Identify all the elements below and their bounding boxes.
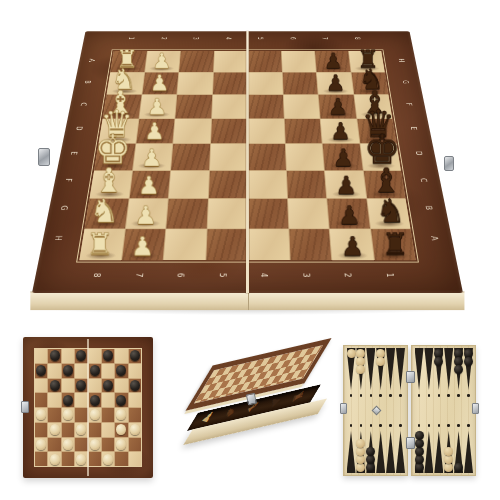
backgammon-point [347, 431, 356, 473]
checkers-square [115, 408, 127, 422]
checkers-board-thumbnail [23, 337, 153, 478]
chess-square [248, 119, 284, 144]
checkers-square [89, 379, 101, 393]
board-coordinate-label: 3 [301, 273, 310, 277]
checkers-square [75, 408, 87, 422]
storage-box-thumbnail: ♟♞♝♟♜ [168, 350, 332, 462]
backgammon-checker-light [376, 357, 385, 366]
chess-square [285, 144, 324, 170]
checkers-square [75, 379, 87, 393]
chess-square [175, 95, 211, 118]
backgammon-right-half [411, 345, 476, 476]
board-coordinate-label: F [405, 103, 413, 106]
checkers-square [62, 408, 74, 422]
chess-piece-white-pawn: ♟ [134, 202, 157, 227]
chess-square [248, 229, 289, 260]
chess-square: ♟ [129, 171, 170, 199]
checkers-fold-seam [87, 339, 89, 476]
checkers-square [102, 408, 114, 422]
point-dot [379, 394, 382, 397]
chess-square [208, 171, 247, 199]
checker-piece-light [90, 409, 100, 420]
backgammon-checker-dark [415, 447, 424, 456]
checkers-square [89, 393, 101, 407]
chess-square [169, 171, 209, 199]
board-coordinate-label: 2 [343, 273, 352, 277]
chess-square: ♟ [317, 72, 353, 94]
checker-piece-light [50, 454, 60, 465]
chess-piece-dark-pawn: ♟ [328, 95, 348, 118]
chess-piece-white-pawn: ♟ [152, 50, 171, 71]
backgammon-checker-dark [415, 431, 424, 440]
chess-piece-dark-pawn: ♟ [330, 120, 351, 143]
chess-square [214, 51, 248, 72]
backgammon-clasp-left [340, 403, 347, 414]
checkers-square [129, 438, 141, 452]
checkers-square [115, 393, 127, 407]
metal-clasp-right [444, 156, 454, 171]
main-chess-board: ♜♟♟♜♞♟♟♞♝♟♟♝♛♟♟♛♚♟♟♚♝♟♟♝♞♟♟♞♜♟♟♜ 1234567… [32, 31, 463, 293]
checkers-square [102, 393, 114, 407]
board-coordinate-label: 4 [259, 273, 268, 277]
checkers-square [35, 408, 47, 422]
point-dot [370, 424, 373, 427]
checkers-square [129, 452, 141, 466]
checkers-square [115, 423, 127, 437]
backgammon-point [444, 348, 453, 390]
chess-square: ♟ [125, 199, 167, 228]
chess-square: ♟ [136, 119, 175, 144]
checker-piece-dark [63, 365, 73, 376]
chess-square: ♟ [321, 119, 360, 144]
checkers-square [102, 349, 114, 363]
backgammon-point [396, 431, 405, 473]
checker-piece-dark [76, 350, 86, 361]
chess-piece-dark-pawn: ♟ [333, 145, 354, 169]
point-dot [370, 394, 373, 397]
chess-square [177, 72, 212, 94]
stored-chess-piece: ♟ [199, 410, 217, 425]
backgammon-checker-light [356, 365, 365, 374]
board-coordinate-label: E [69, 152, 77, 155]
checkers-square [62, 423, 74, 437]
checkers-square [35, 379, 47, 393]
board-coordinate-label: 5 [257, 37, 264, 40]
checkers-square [89, 438, 101, 452]
board-coordinate-label: 1 [384, 273, 393, 277]
chess-square [248, 51, 282, 72]
point-dot [428, 394, 431, 397]
board-coordinate-label: 3 [192, 37, 199, 40]
point-dot [467, 394, 470, 397]
chess-square [248, 199, 288, 228]
point-dot [428, 424, 431, 427]
checkers-square [129, 423, 141, 437]
chess-square [207, 199, 247, 228]
pine-front-edge [30, 291, 464, 310]
backgammon-checker-light [356, 447, 365, 456]
chess-piece-white-knight: ♞ [90, 195, 119, 228]
board-coordinate-label: 4 [224, 37, 231, 40]
board-coordinate-label: 5 [218, 273, 227, 277]
checker-piece-light [36, 409, 46, 420]
checkers-square [129, 408, 141, 422]
checker-piece-light [116, 439, 126, 450]
board-coordinate-label: C [79, 103, 87, 106]
checker-piece-dark [76, 380, 86, 391]
chess-square [289, 229, 331, 260]
checkers-square [35, 349, 47, 363]
checker-piece-light [90, 439, 100, 450]
storage-box: ♟♞♝♟♜ [165, 338, 336, 470]
point-dot [360, 424, 363, 427]
board-coordinate-label: 1 [127, 37, 134, 40]
board-coordinate-label: A [87, 59, 95, 62]
chess-piece-dark-pawn: ♟ [324, 50, 343, 71]
backgammon-checker-dark [415, 439, 424, 448]
board-coordinate-label: B [83, 80, 91, 83]
hinge-bottom [406, 437, 415, 449]
checkers-square [62, 452, 74, 466]
checkers-square [75, 438, 87, 452]
checkers-square [115, 379, 127, 393]
checker-piece-dark [50, 380, 60, 391]
checker-piece-light [63, 439, 73, 450]
checker-piece-dark [63, 395, 73, 406]
checker-piece-light [63, 409, 73, 420]
checker-piece-light [103, 454, 113, 465]
chess-square: ♞ [85, 199, 129, 228]
checkers-square [62, 349, 74, 363]
backgammon-checker-light [444, 447, 453, 456]
chess-square [179, 51, 213, 72]
checker-piece-dark [103, 380, 113, 391]
board-coordinate-label: H [397, 59, 405, 62]
chess-square [283, 95, 319, 118]
backgammon-checker-dark [415, 463, 424, 472]
checkers-square [62, 379, 74, 393]
backgammon-checker-dark [434, 357, 443, 366]
backgammon-board-thumbnail [343, 345, 476, 476]
checkers-square [48, 423, 60, 437]
checkers-square [75, 349, 87, 363]
chess-square: ♜ [371, 229, 416, 260]
backgammon-point [464, 431, 473, 473]
chess-square: ♟ [325, 171, 366, 199]
point-dot [418, 424, 421, 427]
chess-piece-white-pawn: ♟ [149, 72, 169, 94]
chess-piece-white-pawn: ♟ [147, 95, 167, 118]
backgammon-point [424, 348, 433, 390]
checkers-square [48, 408, 60, 422]
board-coordinate-label: D [414, 151, 423, 155]
checkers-square [115, 438, 127, 452]
checkers-square [62, 393, 74, 407]
point-dot [438, 394, 441, 397]
chess-square: ♟ [139, 95, 176, 118]
board-coordinate-label: D [75, 126, 83, 130]
checker-piece-dark [130, 350, 140, 361]
checkers-square [75, 393, 87, 407]
checker-piece-light [116, 409, 126, 420]
point-dot [457, 394, 460, 397]
chess-piece-dark-knight: ♞ [376, 195, 405, 228]
metal-clasp-left [38, 148, 50, 166]
point-dot [447, 424, 450, 427]
checker-piece-dark [103, 350, 113, 361]
chess-square [171, 144, 210, 170]
chess-piece-white-rook: ♜ [87, 229, 114, 259]
checkers-square [102, 438, 114, 452]
checkers-square [48, 379, 60, 393]
point-dot [418, 394, 421, 397]
checker-piece-dark [116, 395, 126, 406]
chess-square [211, 119, 247, 144]
backgammon-point [386, 431, 395, 473]
stored-chess-piece: ♞ [224, 403, 237, 421]
storage-box-clasp [246, 393, 257, 406]
checkers-square [129, 379, 141, 393]
chess-piece-white-pawn: ♟ [138, 173, 160, 198]
chess-piece-dark-pawn: ♟ [335, 173, 357, 198]
product-photo-chess-set: ♜♟♟♜♞♟♟♞♝♟♟♝♛♟♟♛♚♟♟♚♝♟♟♝♞♟♟♞♜♟♟♜ 1234567… [0, 0, 500, 500]
board-coordinate-label: H [53, 236, 62, 241]
checkers-square [102, 423, 114, 437]
checker-piece-light [76, 454, 86, 465]
backgammon-point [415, 348, 424, 390]
point-dot [447, 394, 450, 397]
chess-square: ♟ [133, 144, 173, 170]
chess-square: ♟ [327, 199, 369, 228]
chess-piece-white-pawn: ♟ [144, 120, 165, 143]
checkers-square [129, 393, 141, 407]
checker-piece-light [130, 424, 140, 435]
point-dot [389, 394, 392, 397]
checkers-square [89, 349, 101, 363]
checkers-square [48, 452, 60, 466]
chess-square [248, 144, 286, 170]
point-dot [438, 424, 441, 427]
chess-square: ♟ [319, 95, 356, 118]
chess-square: ♜ [79, 229, 124, 260]
chess-square [213, 72, 248, 94]
checkers-square [48, 349, 60, 363]
checkers-square [89, 452, 101, 466]
chess-square [210, 144, 248, 170]
checkers-square [115, 349, 127, 363]
board-coordinate-label: 6 [289, 37, 296, 40]
checkers-square [115, 452, 127, 466]
board-coordinate-label: F [64, 178, 73, 181]
chess-square [248, 72, 283, 94]
chess-square [212, 95, 247, 118]
checkers-square [35, 438, 47, 452]
checker-piece-dark [90, 395, 100, 406]
board-coordinate-label: B [424, 206, 433, 210]
checkers-square [75, 452, 87, 466]
checker-piece-light [116, 424, 126, 435]
backgammon-clasp-right [472, 403, 479, 414]
stored-chess-piece: ♜ [290, 388, 306, 405]
checkers-square [129, 364, 141, 378]
point-dot [399, 394, 402, 397]
checkers-square [102, 379, 114, 393]
chess-square [286, 171, 326, 199]
checkers-square [129, 349, 141, 363]
stored-chess-piece: ♟ [267, 394, 283, 410]
checkers-square [35, 452, 47, 466]
chess-square: ♟ [330, 229, 374, 260]
board-coordinate-label: 7 [321, 37, 328, 40]
point-dot [467, 424, 470, 427]
checkers-square [48, 364, 60, 378]
chess-square: ♟ [122, 229, 166, 260]
backgammon-point [424, 431, 433, 473]
board-coordinate-label: C [419, 178, 428, 182]
chess-square [248, 171, 287, 199]
chess-piece-dark-rook: ♜ [381, 229, 408, 259]
checkers-clasp [21, 401, 29, 413]
backgammon-point [376, 431, 385, 473]
chess-square [284, 119, 321, 144]
board-coordinate-label: 7 [134, 273, 143, 277]
checkers-square [35, 423, 47, 437]
chess-square: ♟ [315, 51, 350, 72]
checker-piece-dark [36, 365, 46, 376]
chess-square [248, 95, 283, 118]
checkers-square [35, 364, 47, 378]
backgammon-checker-light [356, 439, 365, 448]
backgammon-checker-light [347, 349, 356, 358]
chess-piece-dark-pawn: ♟ [341, 233, 364, 259]
checker-piece-light [50, 424, 60, 435]
board-coordinate-label: G [401, 80, 409, 84]
backgammon-point [386, 348, 395, 390]
point-dot [350, 394, 353, 397]
checkers-square [89, 364, 101, 378]
backgammon-point [434, 431, 443, 473]
chess-piece-white-pawn: ♟ [130, 233, 153, 259]
checkers-square [89, 408, 101, 422]
board-coordinate-label: A [429, 236, 438, 240]
checkers-square [35, 393, 47, 407]
board-coordinate-label: E [409, 127, 417, 130]
chess-square: ♞ [367, 199, 411, 228]
chess-square [166, 199, 207, 228]
checker-piece-light [36, 439, 46, 450]
board-coordinate-label: 8 [92, 273, 101, 277]
backgammon-checker-dark [366, 447, 375, 456]
point-dot [360, 394, 363, 397]
chess-square: ♟ [142, 72, 178, 94]
checkers-square [102, 452, 114, 466]
backgammon-point [396, 348, 405, 390]
chess-square: ♟ [145, 51, 180, 72]
chess-square [164, 229, 206, 260]
chess-square [173, 119, 210, 144]
main-board-scene: ♜♟♟♜♞♟♟♞♝♟♟♝♛♟♟♛♚♟♟♚♝♟♟♝♞♟♟♞♜♟♟♜ 1234567… [32, 0, 463, 293]
chess-piece-dark-pawn: ♟ [326, 72, 346, 94]
chess-square [282, 72, 317, 94]
point-dot [379, 424, 382, 427]
checkers-square [115, 364, 127, 378]
checkers-square [89, 423, 101, 437]
checkers-square [62, 438, 74, 452]
point-dot [399, 424, 402, 427]
point-dot [350, 424, 353, 427]
backgammon-checker-dark [454, 365, 463, 374]
chess-piece-dark-pawn: ♟ [338, 202, 361, 227]
checkers-square [62, 364, 74, 378]
checkers-square [48, 438, 60, 452]
chess-square: ♟ [323, 144, 363, 170]
point-dot [457, 424, 460, 427]
checkers-square [75, 364, 87, 378]
checkers-square [75, 423, 87, 437]
chess-piece-white-pawn: ♟ [141, 145, 162, 169]
checker-piece-dark [90, 365, 100, 376]
point-dot [389, 424, 392, 427]
checkers-square [102, 364, 114, 378]
checker-piece-dark [116, 365, 126, 376]
checker-piece-dark [130, 380, 140, 391]
backgammon-point [366, 348, 375, 390]
checker-piece-light [76, 424, 86, 435]
backgammon-checker-dark [415, 455, 424, 464]
board-coordinate-label: 2 [160, 37, 167, 40]
board-coordinate-label: 6 [176, 273, 185, 277]
chess-square [206, 229, 247, 260]
chess-square [288, 199, 329, 228]
board-coordinate-label: 8 [353, 37, 360, 40]
checkers-square [48, 393, 60, 407]
board-coordinate-label: G [59, 206, 68, 211]
hinge-top [406, 371, 415, 383]
backgammon-checker-dark [464, 357, 473, 366]
checker-piece-dark [50, 350, 60, 361]
chess-square [281, 51, 315, 72]
